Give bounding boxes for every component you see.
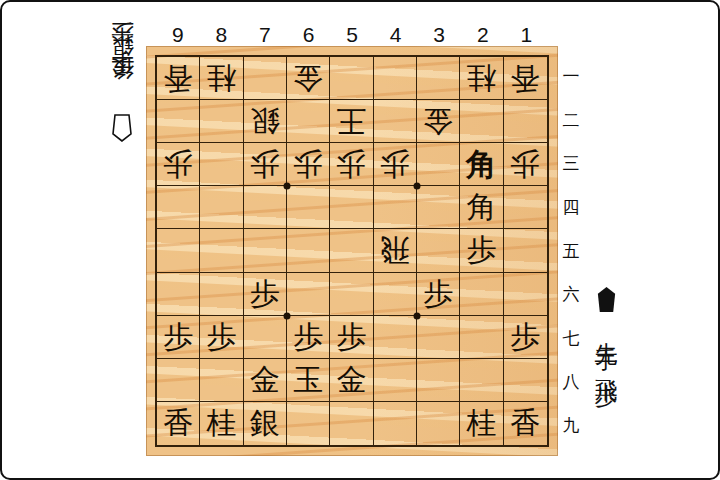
board-cell-1七[interactable]: 歩 [504, 316, 547, 359]
board-cell-8九[interactable]: 桂 [200, 402, 243, 445]
board-cell-7九[interactable]: 銀 [244, 402, 287, 445]
board-cell-2七[interactable] [460, 316, 503, 359]
board-cell-2六[interactable] [460, 273, 503, 316]
rank-label-九: 九 [558, 404, 584, 448]
piece-gote-歩[interactable]: 歩 [380, 149, 410, 179]
sente-captured-panel: 先手 飛歩 [584, 286, 628, 371]
board-cell-6八[interactable]: 玉 [287, 359, 330, 402]
board-cell-8一[interactable]: 桂 [200, 57, 243, 100]
piece-sente-金[interactable]: 金 [250, 365, 280, 395]
board-cell-1九[interactable]: 香 [504, 402, 547, 445]
board-cell-9九[interactable]: 香 [157, 402, 200, 445]
board-cell-3四[interactable] [417, 186, 460, 229]
rank-label-六: 六 [558, 273, 584, 317]
board-cell-6七[interactable]: 歩 [287, 316, 330, 359]
board-cell-9五[interactable] [157, 229, 200, 272]
board-cell-8三[interactable] [200, 143, 243, 186]
piece-gote-香[interactable]: 香 [510, 63, 540, 93]
piece-sente-角[interactable]: 角 [466, 192, 496, 222]
board-cell-1八[interactable] [504, 359, 547, 402]
board-cell-1四[interactable] [504, 186, 547, 229]
board-cell-5三[interactable]: 歩 [330, 143, 373, 186]
board-cell-2一[interactable]: 桂 [460, 57, 503, 100]
board-cell-2二[interactable] [460, 100, 503, 143]
board-cell-9三[interactable]: 歩 [157, 143, 200, 186]
gote-player-label: 後手 [111, 89, 134, 99]
piece-gote-香[interactable]: 香 [163, 63, 193, 93]
file-label-1: 1 [505, 22, 549, 48]
piece-gote-歩[interactable]: 歩 [250, 149, 280, 179]
board-cell-2五[interactable]: 歩 [460, 229, 503, 272]
board-cell-8六[interactable] [200, 273, 243, 316]
piece-gote-歩[interactable]: 歩 [510, 149, 540, 179]
board-cell-2八[interactable] [460, 359, 503, 402]
board-cell-3九[interactable] [417, 402, 460, 445]
board-cell-7五[interactable] [244, 229, 287, 272]
sente-piece-marker-icon [595, 286, 618, 313]
board-cell-8八[interactable] [200, 359, 243, 402]
board-cell-6三[interactable]: 歩 [287, 143, 330, 186]
sente-hand-pieces: 飛歩 [595, 361, 618, 371]
board-cell-5七[interactable]: 歩 [330, 316, 373, 359]
board-cell-7六[interactable]: 歩 [244, 273, 287, 316]
piece-sente-歩[interactable]: 歩 [250, 279, 280, 309]
board-cell-2三[interactable]: 角 [460, 143, 503, 186]
file-label-6: 6 [287, 22, 331, 48]
board-cell-9六[interactable] [157, 273, 200, 316]
piece-sente-香[interactable]: 香 [510, 408, 540, 438]
piece-gote-歩[interactable]: 歩 [293, 149, 323, 179]
board-cell-9二[interactable] [157, 100, 200, 143]
piece-sente-角[interactable]: 角 [466, 149, 497, 180]
board-cell-6四[interactable] [287, 186, 330, 229]
file-label-2: 2 [461, 22, 505, 48]
board-cell-8二[interactable] [200, 100, 243, 143]
piece-sente-歩[interactable]: 歩 [423, 279, 453, 309]
rank-label-三: 三 [558, 142, 584, 186]
file-label-4: 4 [374, 22, 418, 48]
piece-sente-桂[interactable]: 桂 [466, 408, 496, 438]
rank-label-一: 一 [558, 55, 584, 99]
board-cell-5八[interactable]: 金 [330, 359, 373, 402]
board-cell-8四[interactable] [200, 186, 243, 229]
board-cell-1三[interactable]: 歩 [504, 143, 547, 186]
board-cell-3七[interactable] [417, 316, 460, 359]
piece-gote-金[interactable]: 金 [293, 63, 323, 93]
board-cell-9四[interactable] [157, 186, 200, 229]
board-cell-5二[interactable]: 王 [330, 100, 373, 143]
rank-label-二: 二 [558, 99, 584, 143]
board-cell-6二[interactable] [287, 100, 330, 143]
board-cell-4七[interactable] [374, 316, 417, 359]
board-cell-3五[interactable] [417, 229, 460, 272]
file-label-5: 5 [330, 22, 374, 48]
piece-sente-金[interactable]: 金 [336, 365, 366, 395]
rank-label-八: 八 [558, 360, 584, 404]
board-cell-7三[interactable]: 歩 [244, 143, 287, 186]
board-cell-4九[interactable] [374, 402, 417, 445]
board-cell-6九[interactable] [287, 402, 330, 445]
piece-sente-歩[interactable]: 歩 [466, 235, 496, 265]
piece-sente-桂[interactable]: 桂 [206, 408, 236, 438]
board-cell-4二[interactable] [374, 100, 417, 143]
board-cell-9一[interactable]: 香 [157, 57, 200, 100]
board-cell-9七[interactable]: 歩 [157, 316, 200, 359]
rank-labels: 一二三四五六七八九 [558, 55, 584, 447]
board-cell-4一[interactable] [374, 57, 417, 100]
piece-gote-王[interactable]: 王 [336, 106, 366, 136]
board-cell-6六[interactable] [287, 273, 330, 316]
piece-sente-歩[interactable]: 歩 [336, 322, 366, 352]
piece-gote-歩[interactable]: 歩 [336, 149, 366, 179]
board-cell-6五[interactable] [287, 229, 330, 272]
board-cell-2九[interactable]: 桂 [460, 402, 503, 445]
piece-sente-歩[interactable]: 歩 [163, 322, 193, 352]
board-cell-3三[interactable] [417, 143, 460, 186]
piece-sente-歩[interactable]: 歩 [206, 322, 236, 352]
board-cell-1六[interactable] [504, 273, 547, 316]
file-label-9: 9 [156, 22, 200, 48]
board-cell-5九[interactable] [330, 402, 373, 445]
piece-gote-桂[interactable]: 桂 [466, 63, 496, 93]
board-cell-4八[interactable] [374, 359, 417, 402]
piece-gote-歩[interactable]: 歩 [163, 149, 193, 179]
shogi-board: 香桂金桂香銀王金歩歩歩歩歩角歩角飛歩歩歩歩歩歩歩歩金玉金香桂銀桂香 [146, 46, 558, 456]
board-cell-9八[interactable] [157, 359, 200, 402]
board-cell-5一[interactable] [330, 57, 373, 100]
board-cell-4四[interactable] [374, 186, 417, 229]
board-cell-3一[interactable] [417, 57, 460, 100]
board-cell-1五[interactable] [504, 229, 547, 272]
board-cell-5五[interactable] [330, 229, 373, 272]
piece-gote-金[interactable]: 金 [423, 106, 453, 136]
board-cell-8五[interactable] [200, 229, 243, 272]
board-cell-8七[interactable]: 歩 [200, 316, 243, 359]
piece-gote-飛[interactable]: 飛 [380, 235, 410, 265]
rank-label-四: 四 [558, 186, 584, 230]
gote-captured-panel: 銀一歩三 後手 [99, 54, 145, 142]
piece-sente-銀[interactable]: 銀 [250, 408, 280, 438]
board-cell-7一[interactable] [244, 57, 287, 100]
board-cell-6一[interactable]: 金 [287, 57, 330, 100]
piece-sente-香[interactable]: 香 [163, 408, 193, 438]
board-cell-4六[interactable] [374, 273, 417, 316]
board-cell-4五[interactable]: 飛 [374, 229, 417, 272]
board-cell-3六[interactable]: 歩 [417, 273, 460, 316]
board-cell-5六[interactable] [330, 273, 373, 316]
board-cell-1二[interactable] [504, 100, 547, 143]
board-cell-3八[interactable] [417, 359, 460, 402]
file-label-8: 8 [200, 22, 244, 48]
rank-label-七: 七 [558, 316, 584, 360]
board-cell-7七[interactable] [244, 316, 287, 359]
board-cell-7八[interactable]: 金 [244, 359, 287, 402]
board-cell-7二[interactable]: 銀 [244, 100, 287, 143]
file-label-3: 3 [417, 22, 461, 48]
board-cell-5四[interactable] [330, 186, 373, 229]
gote-piece-marker-icon [110, 114, 134, 142]
sente-player-label: 先手 [595, 324, 618, 334]
file-labels: 987654321 [156, 22, 548, 48]
piece-gote-桂[interactable]: 桂 [206, 63, 236, 93]
file-label-7: 7 [243, 22, 287, 48]
diagram-frame: 987654321 香桂金桂香銀王金歩歩歩歩歩角歩角飛歩歩歩歩歩歩歩歩金玉金香桂… [0, 0, 720, 480]
board-grid: 香桂金桂香銀王金歩歩歩歩歩角歩角飛歩歩歩歩歩歩歩歩金玉金香桂銀桂香 [155, 55, 549, 447]
board-cell-3二[interactable]: 金 [417, 100, 460, 143]
piece-sente-歩[interactable]: 歩 [293, 322, 323, 352]
piece-sente-歩[interactable]: 歩 [510, 322, 540, 352]
rank-label-五: 五 [558, 229, 584, 273]
board-cell-2四[interactable]: 角 [460, 186, 503, 229]
board-cell-4三[interactable]: 歩 [374, 143, 417, 186]
piece-gote-銀[interactable]: 銀 [250, 106, 280, 136]
board-cell-7四[interactable] [244, 186, 287, 229]
gote-hand-pieces: 銀一歩三 [111, 54, 134, 74]
board-cell-1一[interactable]: 香 [504, 57, 547, 100]
piece-sente-玉[interactable]: 玉 [293, 365, 323, 395]
